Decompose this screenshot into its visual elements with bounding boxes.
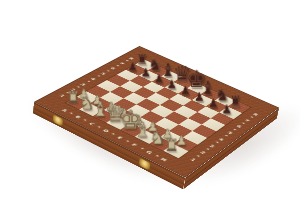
- chessboard-3d: ♜♞♝♛♚♝♞♜♟♟♟♟♟♟♟♟♟♟♟♟♟♟♟♟♜♞♝♛♚♝♞♜ ABCDEFG…: [34, 46, 279, 178]
- white-rook: ♜: [163, 138, 181, 154]
- chess-set-photo: ♜♞♝♛♚♝♞♜♟♟♟♟♟♟♟♟♟♟♟♟♟♟♟♟♜♞♝♛♚♝♞♜ ABCDEFG…: [0, 0, 300, 200]
- brass-clasp: [139, 158, 151, 171]
